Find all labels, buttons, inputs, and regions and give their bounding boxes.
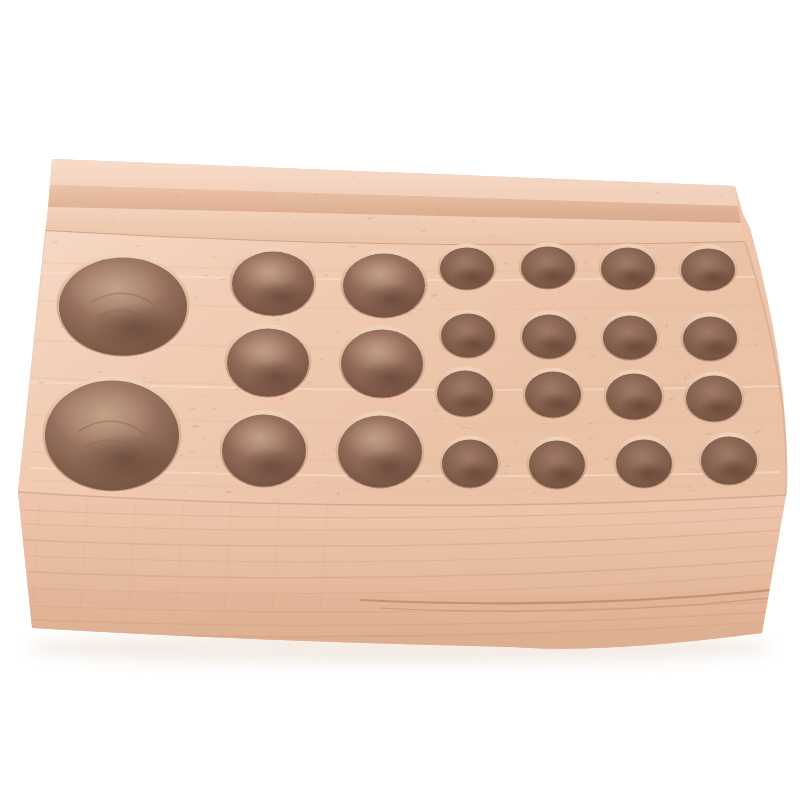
hole-small-9 [435, 367, 496, 418]
hole-small-12 [684, 372, 745, 423]
hole-bottom-shadow [357, 449, 417, 484]
hole-small-1 [438, 244, 497, 291]
wood-pore [704, 167, 708, 169]
hole-medium-5 [220, 411, 309, 488]
hole-small-2 [519, 243, 578, 290]
wood-pore [707, 166, 709, 168]
hole-large-1 [57, 254, 190, 357]
hole-small-7 [601, 312, 660, 361]
hole-bottom-shadow [542, 462, 582, 485]
hole-small-6 [520, 311, 579, 360]
hole-bottom-shadow [241, 448, 301, 483]
hole-small-13 [440, 436, 501, 489]
hole-small-15 [614, 436, 675, 489]
hole-bottom-shadow [88, 304, 180, 351]
hole-small-16 [699, 433, 760, 486]
hole-small-10 [523, 368, 584, 419]
hole-bottom-shadow [534, 334, 573, 355]
hole-bottom-shadow [699, 396, 739, 418]
wood-pore [281, 164, 283, 166]
product-photo-stage [0, 0, 800, 800]
hole-medium-4 [339, 326, 426, 399]
hole-bottom-shadow [538, 392, 578, 414]
hole-bottom-shadow [615, 335, 654, 356]
wood-pore [528, 159, 533, 161]
hole-small-4 [679, 245, 738, 292]
hole-small-11 [604, 370, 665, 421]
hole-large-2 [43, 377, 182, 492]
hole-bottom-shadow [629, 461, 669, 484]
hole-bottom-shadow [251, 281, 310, 312]
hole-bottom-shadow [455, 461, 495, 484]
hole-medium-1 [230, 248, 317, 317]
wooden-block-photo [0, 0, 800, 800]
wood-pore [505, 162, 511, 165]
hole-medium-6 [336, 412, 425, 489]
hole-small-8 [681, 313, 740, 362]
hole-bottom-shadow [452, 266, 491, 286]
wood-pore [183, 160, 188, 162]
wood-knot [10, 498, 18, 510]
hole-bottom-shadow [360, 361, 419, 394]
hole-medium-3 [225, 325, 312, 398]
hole-small-3 [599, 244, 658, 291]
hole-medium-2 [341, 250, 428, 319]
hole-bottom-shadow [362, 283, 421, 314]
hole-small-14 [527, 437, 588, 490]
hole-bottom-shadow [533, 265, 572, 285]
hole-small-5 [439, 310, 498, 359]
hole-bottom-shadow [246, 360, 305, 393]
hole-bottom-shadow [453, 333, 492, 354]
hole-bottom-shadow [693, 267, 732, 287]
hole-bottom-shadow [450, 391, 490, 413]
hole-bottom-shadow [714, 458, 754, 481]
hole-bottom-shadow [695, 336, 734, 357]
hole-bottom-shadow [619, 394, 659, 416]
hole-bottom-shadow [76, 432, 172, 485]
hole-bottom-shadow [613, 266, 652, 286]
